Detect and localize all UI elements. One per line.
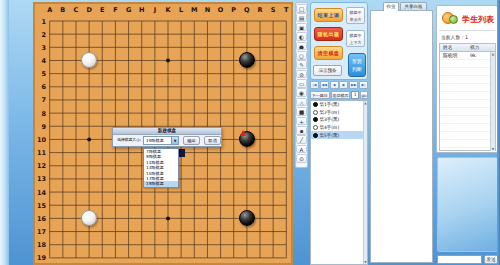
empty-row	[440, 100, 495, 108]
board-display-button-a[interactable]: 棋盘中 显示方	[346, 7, 365, 24]
board-size-label: 选择棋盘大小:	[117, 137, 141, 142]
move-label: 第3手(黑)	[320, 117, 340, 122]
move-list[interactable]: 第1手(黑)第2手(白)第3手(黑)第4手(白)第5手(黑) ▲ ▼	[310, 100, 368, 265]
letter-label-button[interactable]: A	[296, 145, 307, 154]
board-display-b-line2: 上下方	[347, 40, 364, 47]
scroll-up-icon[interactable]: ▲	[364, 101, 366, 105]
random-problem-button[interactable]: 随机出题	[314, 27, 343, 41]
line-tool-button[interactable]: ╱	[296, 135, 307, 144]
judge-line1: 形势	[349, 57, 365, 65]
move-label: 第1手(黑)	[320, 102, 340, 107]
square-marker-icon: ■	[299, 109, 304, 115]
alternate-stone-icon: ◐	[299, 34, 304, 40]
scroll-down-icon[interactable]: ▼	[364, 260, 366, 264]
ok-button[interactable]: 确定	[183, 136, 200, 145]
dialog-title[interactable]: 新建棋盘	[113, 128, 221, 135]
save-button[interactable]: ▣	[296, 23, 307, 32]
circle-marker-icon: ◉	[299, 90, 304, 96]
jump-bar: 下一题目 返回棋局 1 go	[310, 91, 368, 100]
tab-homework[interactable]: 作业	[383, 2, 399, 11]
eraser-button[interactable]: ⊘	[296, 70, 307, 79]
black-stone-icon: ●	[299, 44, 304, 50]
triangle-marker-button[interactable]: △	[296, 98, 307, 107]
scroll-down-icon[interactable]: ▼	[492, 147, 494, 151]
empty-row	[440, 84, 495, 92]
cancel-button[interactable]: 取消	[204, 136, 221, 145]
new-board-button[interactable]: □	[296, 4, 307, 13]
student-table-scrollbar[interactable]: ▲ ▼	[490, 52, 495, 151]
empty-row	[440, 92, 495, 100]
position-judge-button[interactable]: 形势 判断	[348, 53, 366, 77]
move-list-item[interactable]: 第5手(黑)	[311, 131, 367, 139]
save-icon: ▣	[299, 25, 304, 31]
first-move-button[interactable]: |◀	[310, 81, 319, 89]
prev-move-button[interactable]: ◀	[330, 81, 339, 89]
small-square-button[interactable]: ▪	[296, 126, 307, 135]
window-left-border	[0, 0, 9, 265]
student-row[interactable]: 陈晓明9k	[440, 52, 495, 60]
back-to-game-button[interactable]: 返回棋局	[331, 91, 351, 100]
empty-row	[440, 68, 495, 76]
settings-button[interactable]: ⊙	[296, 154, 307, 163]
empty-row	[440, 132, 495, 140]
black-stone-icon	[313, 102, 318, 107]
pen-icon: ✎	[299, 62, 304, 68]
move-list-item[interactable]: 第3手(黑)	[311, 116, 367, 124]
empty-row	[440, 124, 495, 132]
move-list-scrollbar[interactable]: ▲ ▼	[363, 101, 367, 264]
new-board-dialog: 新建棋盘 选择棋盘大小: 19路棋盘 ▼ 确定 取消 7路棋盘9路棋盘11路棋盘…	[112, 127, 222, 147]
go-button[interactable]: go	[360, 91, 368, 100]
empty-row	[440, 116, 495, 124]
chat-input[interactable]	[437, 255, 482, 264]
student-table-header: 姓名 棋力	[440, 44, 495, 52]
black-stone-icon	[313, 117, 318, 122]
back-10-button[interactable]: ◀◀	[320, 81, 329, 89]
black-stone-icon	[313, 133, 318, 138]
student-list-card: 学生列表 当前人数：1 姓名 棋力 陈晓明9k ▲ ▼	[436, 5, 498, 153]
line-tool-icon: ╱	[300, 137, 303, 143]
student-count: 当前人数：1	[441, 34, 468, 40]
empty-row	[440, 108, 495, 116]
move-label: 第5手(黑)	[320, 133, 340, 138]
student-list-title: 学生列表	[462, 14, 494, 25]
rect-tool-icon: ▭	[299, 81, 304, 87]
new-board-icon: □	[299, 6, 304, 12]
move-list-item[interactable]: 第1手(黑)	[311, 101, 367, 109]
forward-10-button[interactable]: ▶▶	[349, 81, 358, 89]
student-count-label: 当前人数：	[441, 35, 465, 40]
clear-board-button[interactable]: 清空棋盘	[314, 46, 343, 60]
last-move-marker	[240, 130, 246, 136]
empty-row	[440, 140, 495, 148]
circle-marker-button[interactable]: ◉	[296, 88, 307, 97]
board-display-a-line2: 显示方	[347, 17, 364, 24]
empty-row	[440, 76, 495, 84]
square-marker-button[interactable]: ■	[296, 107, 307, 116]
divider	[439, 30, 495, 31]
move-label: 第2手(白)	[320, 110, 340, 115]
board-size-dropdown-list[interactable]: 7路棋盘9路棋盘11路棋盘13路棋盘15路棋盘17路棋盘19路棋盘	[143, 148, 179, 188]
judge-line2: 判断	[349, 65, 365, 73]
last-move-button[interactable]: ▶|	[359, 81, 368, 89]
white-stone-icon: ○	[299, 53, 304, 59]
open-file-icon: ▤	[299, 15, 304, 21]
send-button[interactable]: 发送	[484, 255, 498, 264]
jump-move-input[interactable]: 1	[351, 91, 359, 100]
white-stone-button[interactable]: ○	[296, 51, 307, 60]
eraser-icon: ⊘	[299, 72, 304, 78]
pen-button[interactable]: ✎	[296, 60, 307, 69]
white-stone-icon	[313, 125, 318, 130]
small-square-icon: ▪	[300, 128, 304, 134]
student-table[interactable]: 姓名 棋力 陈晓明9k ▲ ▼	[439, 43, 496, 151]
cross-marker-icon: +	[299, 119, 304, 125]
chevron-down-icon[interactable]: ▼	[171, 137, 178, 144]
homework-content-panel	[370, 10, 433, 263]
board-display-button-b[interactable]: 棋盘中 上下方	[346, 30, 365, 47]
board-display-a-line1: 棋盘中	[347, 10, 364, 17]
next-problem-button[interactable]: 下一题目	[310, 91, 330, 100]
board-size-option[interactable]: 19路棋盘	[144, 181, 178, 186]
letter-label-icon: A	[300, 147, 304, 153]
open-file-button[interactable]: ▤	[296, 13, 307, 22]
scroll-up-icon[interactable]: ▲	[492, 52, 494, 56]
combobox-value: 19路棋盘	[146, 138, 164, 143]
rect-tool-button[interactable]: ▭	[296, 79, 307, 88]
end-class-button[interactable]: 结束上课	[314, 8, 343, 22]
move-list-item[interactable]: 第2手(白)	[311, 109, 367, 117]
demo-prepare-button[interactable]: 演示预备	[313, 65, 342, 76]
student-rows: 陈晓明9k	[440, 52, 495, 148]
white-stone-icon	[313, 110, 318, 115]
move-list-item[interactable]: 第4手(白)	[311, 124, 367, 132]
header-name: 姓名	[440, 44, 470, 51]
move-navigation-bar: |◀◀◀◀▶▶▶▶|	[310, 81, 368, 89]
board-display-b-line1: 棋盘中	[347, 33, 364, 40]
triangle-marker-icon: △	[299, 100, 303, 106]
teaching-control-panel: 结束上课 随机出题 清空棋盘 棋盘中 显示方 棋盘中 上下方 形势 判断 演示预…	[310, 2, 368, 80]
move-label: 第4手(白)	[320, 125, 340, 130]
app-window: ABCDEFGHJKLMNOPQRST 12345678910111213141…	[0, 0, 500, 265]
app-logo-icon	[442, 10, 459, 27]
alternate-stone-button[interactable]: ◐	[296, 32, 307, 41]
board-size-combobox[interactable]: 19路棋盘 ▼	[143, 136, 179, 145]
student-count-value: 1	[465, 35, 468, 40]
next-move-button[interactable]: ▶	[339, 81, 348, 89]
header-rank: 棋力	[470, 44, 495, 51]
chat-message-area	[437, 157, 498, 252]
settings-icon: ⊙	[299, 156, 304, 162]
empty-row	[440, 60, 495, 68]
edit-toolstrip: □▤▣◐●○✎⊘▭◉△■+▪╱A⊙	[295, 2, 308, 168]
student-name: 陈晓明	[440, 52, 470, 59]
black-stone-button[interactable]: ●	[296, 42, 307, 51]
cross-marker-button[interactable]: +	[296, 117, 307, 126]
